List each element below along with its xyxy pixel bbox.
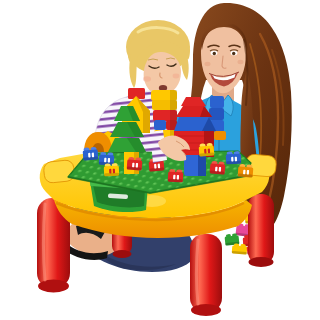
woman-right-blush	[238, 60, 244, 64]
front-right-leg	[190, 234, 222, 316]
child-right-cheek	[173, 74, 180, 79]
product-photo	[0, 0, 320, 320]
left-corner-cap	[43, 159, 75, 183]
woman-left-blush	[205, 62, 211, 66]
woman-left-iris	[213, 52, 216, 55]
child-left-cheek	[143, 76, 151, 82]
scene-illustration	[0, 0, 320, 320]
woman-right-iris	[232, 52, 235, 55]
